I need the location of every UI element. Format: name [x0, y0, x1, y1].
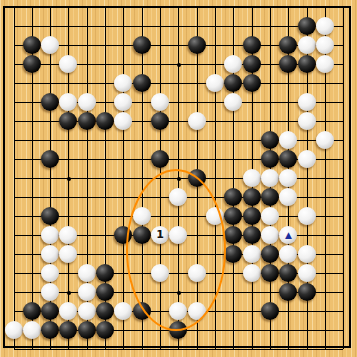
black-stone[interactable]: [151, 112, 169, 130]
black-stone[interactable]: [96, 283, 114, 301]
black-stone[interactable]: [133, 226, 151, 244]
white-stone[interactable]: [188, 112, 206, 130]
black-stone[interactable]: [169, 321, 187, 339]
white-stone[interactable]: [206, 74, 224, 92]
black-stone[interactable]: [188, 169, 206, 187]
white-stone[interactable]: [169, 188, 187, 206]
grid-line-vertical: [215, 7, 216, 349]
white-stone[interactable]: [261, 207, 279, 225]
black-stone[interactable]: [23, 55, 41, 73]
white-stone[interactable]: [78, 264, 96, 282]
white-stone[interactable]: [243, 245, 261, 263]
black-stone[interactable]: [96, 264, 114, 282]
black-stone[interactable]: [96, 321, 114, 339]
black-stone[interactable]: [224, 188, 242, 206]
black-stone[interactable]: [279, 36, 297, 54]
star-point: [67, 291, 71, 295]
white-stone[interactable]: [114, 302, 132, 320]
black-stone[interactable]: [261, 245, 279, 263]
move-number-label: 1: [156, 226, 164, 244]
white-stone[interactable]: [41, 283, 59, 301]
white-stone[interactable]: [151, 93, 169, 111]
white-stone[interactable]: [41, 226, 59, 244]
black-stone[interactable]: [279, 150, 297, 168]
star-point: [177, 291, 181, 295]
black-stone[interactable]: [96, 302, 114, 320]
black-stone[interactable]: [224, 245, 242, 263]
black-stone[interactable]: [243, 188, 261, 206]
white-stone[interactable]: [243, 169, 261, 187]
black-stone[interactable]: [279, 264, 297, 282]
white-stone[interactable]: [23, 321, 41, 339]
black-stone[interactable]: [23, 36, 41, 54]
black-stone[interactable]: [261, 264, 279, 282]
white-stone[interactable]: [316, 55, 334, 73]
black-stone[interactable]: [41, 150, 59, 168]
go-board[interactable]: 1▲: [0, 0, 357, 357]
white-stone[interactable]: [188, 264, 206, 282]
white-stone[interactable]: [59, 302, 77, 320]
white-stone[interactable]: [41, 245, 59, 263]
black-stone[interactable]: [298, 283, 316, 301]
black-stone[interactable]: [23, 302, 41, 320]
white-stone[interactable]: [114, 112, 132, 130]
grid-line-horizontal: [14, 349, 344, 350]
black-stone[interactable]: [133, 74, 151, 92]
black-stone[interactable]: [78, 321, 96, 339]
white-stone[interactable]: [188, 302, 206, 320]
white-stone[interactable]: [298, 207, 316, 225]
white-stone[interactable]: [133, 207, 151, 225]
white-stone[interactable]: [78, 93, 96, 111]
black-stone[interactable]: [261, 150, 279, 168]
black-stone[interactable]: [261, 302, 279, 320]
white-stone[interactable]: [41, 264, 59, 282]
black-stone[interactable]: [298, 55, 316, 73]
white-stone[interactable]: [59, 93, 77, 111]
white-stone[interactable]: [316, 131, 334, 149]
star-point: [67, 177, 71, 181]
star-point: [177, 63, 181, 67]
white-stone[interactable]: [298, 36, 316, 54]
triangle-marker-icon: ▲: [285, 226, 292, 244]
white-stone[interactable]: [224, 55, 242, 73]
white-stone[interactable]: [279, 188, 297, 206]
white-stone[interactable]: [59, 226, 77, 244]
white-stone[interactable]: [169, 226, 187, 244]
white-stone[interactable]: [41, 36, 59, 54]
white-stone[interactable]: [59, 245, 77, 263]
black-stone[interactable]: [224, 207, 242, 225]
black-stone[interactable]: [224, 74, 242, 92]
black-stone[interactable]: [41, 93, 59, 111]
white-stone[interactable]: [298, 264, 316, 282]
black-stone[interactable]: [188, 36, 206, 54]
white-stone[interactable]: [298, 93, 316, 111]
black-stone[interactable]: [261, 188, 279, 206]
black-stone[interactable]: [59, 321, 77, 339]
white-stone[interactable]: [78, 302, 96, 320]
grid-line-vertical: [343, 7, 344, 349]
black-stone[interactable]: [261, 131, 279, 149]
black-stone[interactable]: [243, 207, 261, 225]
black-stone[interactable]: [298, 17, 316, 35]
star-point: [177, 177, 181, 181]
white-stone[interactable]: [59, 55, 77, 73]
black-stone[interactable]: [279, 55, 297, 73]
white-stone[interactable]: [279, 169, 297, 187]
black-stone[interactable]: [96, 112, 114, 130]
black-stone[interactable]: [41, 207, 59, 225]
white-stone[interactable]: [114, 93, 132, 111]
black-stone[interactable]: [41, 321, 59, 339]
white-stone[interactable]: [114, 74, 132, 92]
grid-line-horizontal: [14, 216, 344, 217]
black-stone[interactable]: [59, 112, 77, 130]
white-stone[interactable]: [151, 264, 169, 282]
black-stone[interactable]: [133, 36, 151, 54]
white-stone[interactable]: [169, 302, 187, 320]
black-stone[interactable]: [133, 302, 151, 320]
black-stone[interactable]: [151, 150, 169, 168]
triangle-marked-stone[interactable]: ▲: [279, 226, 297, 244]
white-stone[interactable]: [279, 245, 297, 263]
white-stone[interactable]: [316, 36, 334, 54]
white-stone[interactable]: [316, 17, 334, 35]
black-stone[interactable]: [224, 226, 242, 244]
white-stone[interactable]: [298, 150, 316, 168]
white-stone[interactable]: [243, 264, 261, 282]
move-number-stone[interactable]: 1: [151, 226, 169, 244]
white-stone[interactable]: [298, 112, 316, 130]
white-stone[interactable]: [5, 321, 23, 339]
black-stone[interactable]: [114, 226, 132, 244]
black-stone[interactable]: [243, 55, 261, 73]
black-stone[interactable]: [243, 226, 261, 244]
black-stone[interactable]: [78, 112, 96, 130]
white-stone[interactable]: [279, 131, 297, 149]
black-stone[interactable]: [243, 36, 261, 54]
white-stone[interactable]: [206, 207, 224, 225]
white-stone[interactable]: [298, 245, 316, 263]
black-stone[interactable]: [41, 302, 59, 320]
white-stone[interactable]: [224, 93, 242, 111]
black-stone[interactable]: [279, 283, 297, 301]
black-stone[interactable]: [243, 74, 261, 92]
white-stone[interactable]: [261, 226, 279, 244]
white-stone[interactable]: [261, 169, 279, 187]
white-stone[interactable]: [78, 283, 96, 301]
